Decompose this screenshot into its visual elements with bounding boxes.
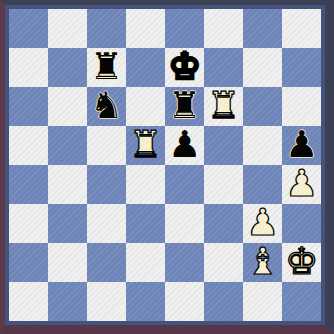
square-h7[interactable] [282,48,321,87]
square-e8[interactable] [165,9,204,48]
square-a7[interactable] [9,48,48,87]
square-e7[interactable]: ♚ [165,48,204,87]
square-c7[interactable]: ♜ [87,48,126,87]
piece-white-bishop[interactable]: ♝ [246,243,279,281]
piece-white-pawn[interactable]: ♟ [246,204,279,242]
square-a3[interactable] [9,204,48,243]
piece-black-knight[interactable]: ♞ [90,87,123,125]
piece-black-rook[interactable]: ♜ [90,48,123,86]
square-b3[interactable] [48,204,87,243]
square-b5[interactable] [48,126,87,165]
square-a2[interactable] [9,243,48,282]
square-c8[interactable] [87,9,126,48]
square-h1[interactable] [282,282,321,321]
square-f4[interactable] [204,165,243,204]
square-h3[interactable] [282,204,321,243]
square-f1[interactable] [204,282,243,321]
square-d4[interactable] [126,165,165,204]
piece-white-king[interactable]: ♚ [285,243,318,281]
piece-white-rook[interactable]: ♜ [129,126,162,164]
square-d8[interactable] [126,9,165,48]
square-d5[interactable]: ♜ [126,126,165,165]
piece-black-rook[interactable]: ♜ [168,87,201,125]
square-h4[interactable]: ♟ [282,165,321,204]
square-e1[interactable] [165,282,204,321]
piece-black-king[interactable]: ♚ [168,48,201,86]
square-e5[interactable]: ♟ [165,126,204,165]
chess-board: ♜♚♞♜♜♜♟♟♟♟♝♚ [9,9,321,321]
square-g3[interactable]: ♟ [243,204,282,243]
square-f8[interactable] [204,9,243,48]
square-e4[interactable] [165,165,204,204]
square-b8[interactable] [48,9,87,48]
square-e6[interactable]: ♜ [165,87,204,126]
square-f7[interactable] [204,48,243,87]
square-c1[interactable] [87,282,126,321]
square-g1[interactable] [243,282,282,321]
square-a5[interactable] [9,126,48,165]
square-c6[interactable]: ♞ [87,87,126,126]
chess-board-frame: ♜♚♞♜♜♜♟♟♟♟♝♚ [0,0,334,334]
square-d3[interactable] [126,204,165,243]
square-f5[interactable] [204,126,243,165]
square-g7[interactable] [243,48,282,87]
square-h5[interactable]: ♟ [282,126,321,165]
square-e3[interactable] [165,204,204,243]
square-d2[interactable] [126,243,165,282]
square-b6[interactable] [48,87,87,126]
square-b7[interactable] [48,48,87,87]
square-f6[interactable]: ♜ [204,87,243,126]
square-b4[interactable] [48,165,87,204]
square-c2[interactable] [87,243,126,282]
piece-white-rook[interactable]: ♜ [207,87,240,125]
piece-white-pawn[interactable]: ♟ [285,165,318,203]
square-a8[interactable] [9,9,48,48]
square-c4[interactable] [87,165,126,204]
square-a6[interactable] [9,87,48,126]
square-h6[interactable] [282,87,321,126]
square-f2[interactable] [204,243,243,282]
square-b2[interactable] [48,243,87,282]
square-d1[interactable] [126,282,165,321]
square-g5[interactable] [243,126,282,165]
square-a1[interactable] [9,282,48,321]
square-g2[interactable]: ♝ [243,243,282,282]
square-g6[interactable] [243,87,282,126]
square-c3[interactable] [87,204,126,243]
piece-black-pawn[interactable]: ♟ [285,126,318,164]
square-a4[interactable] [9,165,48,204]
square-f3[interactable] [204,204,243,243]
square-d7[interactable] [126,48,165,87]
square-d6[interactable] [126,87,165,126]
square-h2[interactable]: ♚ [282,243,321,282]
square-h8[interactable] [282,9,321,48]
square-g4[interactable] [243,165,282,204]
piece-black-pawn[interactable]: ♟ [168,126,201,164]
square-g8[interactable] [243,9,282,48]
square-b1[interactable] [48,282,87,321]
square-c5[interactable] [87,126,126,165]
square-e2[interactable] [165,243,204,282]
